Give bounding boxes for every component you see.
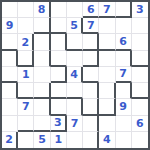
sudoku-board: 867395726147793762514 bbox=[0, 0, 150, 150]
cell-r2c3[interactable] bbox=[34, 18, 50, 34]
cell-r4c4[interactable] bbox=[51, 51, 67, 67]
cell-r7c7[interactable] bbox=[99, 99, 115, 115]
given-digit: 4 bbox=[103, 134, 111, 145]
cell-r7c1[interactable] bbox=[2, 99, 18, 115]
cell-r1c6[interactable]: 6 bbox=[83, 2, 99, 18]
cell-r6c7[interactable] bbox=[99, 83, 115, 99]
cell-r1c5[interactable] bbox=[67, 2, 83, 18]
cell-r6c2[interactable] bbox=[18, 83, 34, 99]
cell-r9c6[interactable] bbox=[83, 132, 99, 148]
cell-r7c4[interactable] bbox=[51, 99, 67, 115]
cell-r2c2[interactable] bbox=[18, 18, 34, 34]
cell-r2c8[interactable] bbox=[116, 18, 132, 34]
cell-r1c2[interactable] bbox=[18, 2, 34, 18]
cell-r3c7[interactable] bbox=[99, 34, 115, 50]
cell-r8c8[interactable] bbox=[116, 116, 132, 132]
cell-r3c3[interactable] bbox=[34, 34, 50, 50]
given-digit: 5 bbox=[70, 20, 78, 31]
cell-r4c1[interactable] bbox=[2, 51, 18, 67]
given-digit: 7 bbox=[119, 68, 127, 79]
cell-r8c4[interactable]: 3 bbox=[51, 116, 67, 132]
cell-r5c7[interactable] bbox=[99, 67, 115, 83]
cell-r6c8[interactable] bbox=[116, 83, 132, 99]
given-digit: 1 bbox=[22, 69, 30, 80]
cell-r2c9[interactable] bbox=[132, 18, 148, 34]
given-digit: 6 bbox=[136, 118, 144, 129]
cell-r5c9[interactable] bbox=[132, 67, 148, 83]
cell-r9c4[interactable]: 1 bbox=[51, 132, 67, 148]
given-digit: 9 bbox=[6, 20, 14, 31]
given-digit: 1 bbox=[54, 134, 62, 145]
cell-r2c7[interactable] bbox=[99, 18, 115, 34]
cell-r7c3[interactable] bbox=[34, 99, 50, 115]
cell-r3c6[interactable] bbox=[83, 34, 99, 50]
given-digit: 3 bbox=[136, 4, 144, 15]
cell-r1c9[interactable]: 3 bbox=[132, 2, 148, 18]
cell-r3c4[interactable] bbox=[51, 34, 67, 50]
cell-r7c6[interactable] bbox=[83, 99, 99, 115]
cell-r9c8[interactable] bbox=[116, 132, 132, 148]
cell-r6c9[interactable] bbox=[132, 83, 148, 99]
cell-r2c6[interactable]: 7 bbox=[83, 18, 99, 34]
cell-r5c6[interactable] bbox=[83, 67, 99, 83]
cell-r3c8[interactable]: 6 bbox=[116, 34, 132, 50]
given-digit: 6 bbox=[87, 4, 95, 15]
cell-r2c5[interactable]: 5 bbox=[67, 18, 83, 34]
cell-r9c5[interactable] bbox=[67, 132, 83, 148]
cell-r8c9[interactable]: 6 bbox=[132, 116, 148, 132]
given-digit: 4 bbox=[70, 69, 78, 80]
cell-r8c2[interactable] bbox=[18, 116, 34, 132]
cell-r5c8[interactable]: 7 bbox=[116, 67, 132, 83]
cell-r5c5[interactable]: 4 bbox=[67, 67, 83, 83]
cell-r9c9[interactable] bbox=[132, 132, 148, 148]
given-digit: 7 bbox=[22, 101, 30, 112]
given-digit: 7 bbox=[87, 20, 95, 31]
cell-r3c2[interactable]: 2 bbox=[18, 34, 34, 50]
cell-r1c1[interactable] bbox=[2, 2, 18, 18]
cell-r5c3[interactable] bbox=[34, 67, 50, 83]
cell-r4c5[interactable] bbox=[67, 51, 83, 67]
cell-r7c5[interactable] bbox=[67, 99, 83, 115]
cell-r7c8[interactable]: 9 bbox=[116, 99, 132, 115]
given-digit: 3 bbox=[54, 117, 62, 128]
cell-r5c1[interactable] bbox=[2, 67, 18, 83]
given-digit: 6 bbox=[119, 36, 127, 47]
cell-r3c5[interactable] bbox=[67, 34, 83, 50]
cell-r4c8[interactable] bbox=[116, 51, 132, 67]
cell-r8c3[interactable] bbox=[34, 116, 50, 132]
cell-r8c7[interactable] bbox=[99, 116, 115, 132]
cell-r6c6[interactable] bbox=[83, 83, 99, 99]
cell-r4c9[interactable] bbox=[132, 51, 148, 67]
cell-r1c4[interactable] bbox=[51, 2, 67, 18]
cell-r1c7[interactable]: 7 bbox=[99, 2, 115, 18]
cell-r2c4[interactable] bbox=[51, 18, 67, 34]
cell-r9c3[interactable]: 5 bbox=[34, 132, 50, 148]
cell-r8c6[interactable] bbox=[83, 116, 99, 132]
cell-r6c4[interactable] bbox=[51, 83, 67, 99]
cell-r5c2[interactable]: 1 bbox=[18, 67, 34, 83]
cell-r5c4[interactable] bbox=[51, 67, 67, 83]
cell-r6c1[interactable] bbox=[2, 83, 18, 99]
cell-r4c6[interactable] bbox=[83, 51, 99, 67]
cell-r8c1[interactable] bbox=[2, 116, 18, 132]
cell-r9c7[interactable]: 4 bbox=[99, 132, 115, 148]
given-digit: 5 bbox=[38, 134, 46, 145]
given-digit: 7 bbox=[103, 4, 111, 15]
cell-r4c7[interactable] bbox=[99, 51, 115, 67]
cell-r1c3[interactable]: 8 bbox=[34, 2, 50, 18]
given-digit: 7 bbox=[71, 118, 79, 129]
cell-r2c1[interactable]: 9 bbox=[2, 18, 18, 34]
cell-r7c9[interactable] bbox=[132, 99, 148, 115]
cell-r6c5[interactable] bbox=[67, 83, 83, 99]
given-digit: 2 bbox=[22, 37, 30, 48]
cell-r4c3[interactable] bbox=[34, 51, 50, 67]
cell-r9c1[interactable]: 2 bbox=[2, 132, 18, 148]
cell-r6c3[interactable] bbox=[34, 83, 50, 99]
cell-r3c9[interactable] bbox=[132, 34, 148, 50]
cell-r3c1[interactable] bbox=[2, 34, 18, 50]
cell-r8c5[interactable]: 7 bbox=[67, 116, 83, 132]
cell-r9c2[interactable] bbox=[18, 132, 34, 148]
cell-r1c8[interactable] bbox=[116, 2, 132, 18]
given-digit: 9 bbox=[119, 101, 127, 112]
cell-r7c2[interactable]: 7 bbox=[18, 99, 34, 115]
given-digit: 8 bbox=[38, 4, 46, 15]
cell-r4c2[interactable] bbox=[18, 51, 34, 67]
given-digit: 2 bbox=[5, 134, 13, 145]
